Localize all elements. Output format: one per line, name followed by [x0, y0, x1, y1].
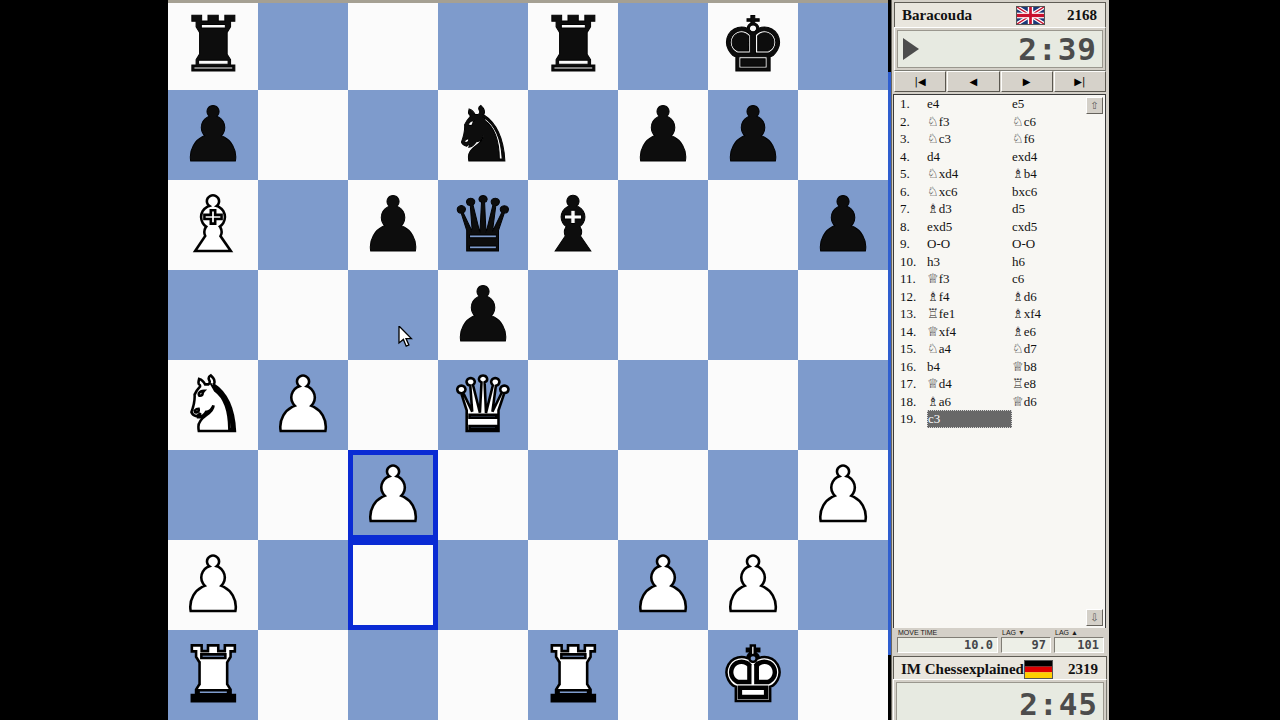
- white-move[interactable]: ♘xd4: [927, 165, 1012, 183]
- white-pawn: ♟: [269, 367, 337, 443]
- white-pawn: ♟: [179, 547, 247, 623]
- square-f4[interactable]: [618, 360, 708, 450]
- square-e4[interactable]: [528, 360, 618, 450]
- move-number: 8.: [894, 218, 927, 236]
- square-e8[interactable]: ♜: [528, 0, 618, 90]
- move-row: 7.♗d3d5: [894, 200, 1105, 218]
- square-h4[interactable]: [798, 360, 888, 450]
- white-pawn: ♟: [359, 457, 427, 533]
- square-g5[interactable]: [708, 270, 798, 360]
- move-row: 18.♗a6♕d6: [894, 393, 1105, 411]
- square-g4[interactable]: [708, 360, 798, 450]
- square-a7[interactable]: ♟: [168, 90, 258, 180]
- bottom-player-name: IM Chessexplained: [894, 661, 1024, 678]
- move-list: ⇧ ⇩ 1.e4e52.♘f3♘c63.♘c3♘f64.d4exd45.♘xd4…: [893, 94, 1106, 629]
- move-row: 16.b4♕b8: [894, 358, 1105, 376]
- black-pawn: ♟: [719, 97, 787, 173]
- white-move[interactable]: ♘a4: [927, 340, 1012, 358]
- black-pawn: ♟: [629, 97, 697, 173]
- square-a3[interactable]: [168, 450, 258, 540]
- status-value: 97: [1001, 637, 1051, 653]
- move-number: 18.: [894, 393, 927, 411]
- square-b1[interactable]: [258, 630, 348, 720]
- white-pawn: ♟: [629, 547, 697, 623]
- square-d1[interactable]: [438, 630, 528, 720]
- white-move[interactable]: ♗f4: [927, 288, 1012, 306]
- top-player-bar: Baracouda 2168: [894, 2, 1106, 29]
- square-e3[interactable]: [528, 450, 618, 540]
- white-pawn: ♟: [809, 457, 877, 533]
- last-move-button[interactable]: ▶|: [1054, 71, 1106, 92]
- move-row: 14.♕xf4♗e6: [894, 323, 1105, 341]
- white-rook: ♜: [539, 637, 607, 713]
- square-c6[interactable]: ♟: [348, 180, 438, 270]
- white-move[interactable]: ♕f3: [927, 270, 1012, 288]
- square-g6[interactable]: [708, 180, 798, 270]
- black-pawn: ♟: [359, 187, 427, 263]
- white-move[interactable]: O-O: [927, 235, 1012, 253]
- white-knight: ♞: [179, 367, 247, 443]
- black-rook: ♜: [539, 7, 607, 83]
- black-bishop: ♝: [539, 187, 607, 263]
- move-number: 10.: [894, 253, 927, 271]
- move-row: 6.♘xc6bxc6: [894, 183, 1105, 201]
- black-move[interactable]: [1012, 410, 1105, 428]
- move-row: 5.♘xd4♗b4: [894, 165, 1105, 183]
- white-move[interactable]: ♘f3: [927, 113, 1012, 131]
- move-number: 14.: [894, 323, 927, 341]
- square-h2[interactable]: [798, 540, 888, 630]
- game-side-panel: Baracouda 2168 2:39 |◀: [891, 0, 1109, 720]
- square-h8[interactable]: [798, 0, 888, 90]
- white-move[interactable]: ♖fe1: [927, 305, 1012, 323]
- move-row: 13.♖fe1♗xf4: [894, 305, 1105, 323]
- square-g8[interactable]: ♚: [708, 0, 798, 90]
- square-f7[interactable]: ♟: [618, 90, 708, 180]
- top-player-rating: 2168: [1045, 7, 1105, 24]
- square-g2[interactable]: ♟: [708, 540, 798, 630]
- move-number: 1.: [894, 95, 927, 113]
- move-row: 2.♘f3♘c6: [894, 113, 1105, 131]
- move-number: 6.: [894, 183, 927, 201]
- square-a5[interactable]: [168, 270, 258, 360]
- white-bishop: ♝: [179, 187, 247, 263]
- scroll-up-button[interactable]: ⇧: [1086, 97, 1103, 114]
- square-g3[interactable]: [708, 450, 798, 540]
- white-pawn: ♟: [719, 547, 787, 623]
- black-queen: ♛: [449, 187, 517, 263]
- black-move[interactable]: h6: [1012, 253, 1105, 271]
- square-e1[interactable]: ♜: [528, 630, 618, 720]
- move-number: 4.: [894, 148, 927, 166]
- square-c5[interactable]: [348, 270, 438, 360]
- square-f8[interactable]: [618, 0, 708, 90]
- white-move[interactable]: ♗d3: [927, 200, 1012, 218]
- move-row: 17.♕d4♖e8: [894, 375, 1105, 393]
- black-move[interactable]: exd4: [1012, 148, 1105, 166]
- move-number: 3.: [894, 130, 927, 148]
- white-move[interactable]: b4: [927, 358, 1012, 376]
- black-king: ♚: [719, 7, 787, 83]
- move-row: 9.O-OO-O: [894, 235, 1105, 253]
- square-b7[interactable]: [258, 90, 348, 180]
- black-move[interactable]: O-O: [1012, 235, 1105, 253]
- white-move[interactable]: exd5: [927, 218, 1012, 236]
- move-row: 8.exd5cxd5: [894, 218, 1105, 236]
- move-number: 15.: [894, 340, 927, 358]
- black-rook: ♜: [179, 7, 247, 83]
- square-f2[interactable]: ♟: [618, 540, 708, 630]
- move-number: 7.: [894, 200, 927, 218]
- square-a4[interactable]: ♞: [168, 360, 258, 450]
- square-c8[interactable]: [348, 0, 438, 90]
- square-c1[interactable]: [348, 630, 438, 720]
- move-number: 19.: [894, 410, 927, 428]
- square-g1[interactable]: ♚: [708, 630, 798, 720]
- black-move[interactable]: ♗xf4: [1012, 305, 1105, 323]
- status-strip: MOVE TIME10.0LAG ▼97LAG ▲101: [892, 628, 1106, 655]
- top-clock-time: 2:39: [919, 34, 1102, 65]
- previous-move-button[interactable]: ◀: [947, 71, 999, 92]
- square-e2[interactable]: [528, 540, 618, 630]
- white-move[interactable]: d4: [927, 148, 1012, 166]
- square-h1[interactable]: [798, 630, 888, 720]
- black-move[interactable]: ♖e8: [1012, 375, 1105, 393]
- move-row: 19.c3: [894, 410, 1105, 428]
- square-c2[interactable]: [348, 540, 438, 630]
- next-move-button[interactable]: ▶: [1001, 71, 1053, 92]
- square-d4[interactable]: ♛: [438, 360, 528, 450]
- square-a6[interactable]: ♝: [168, 180, 258, 270]
- move-number: 16.: [894, 358, 927, 376]
- square-e5[interactable]: [528, 270, 618, 360]
- move-row: 1.e4e5: [894, 95, 1105, 113]
- white-move[interactable]: e4: [927, 95, 1012, 113]
- square-g7[interactable]: ♟: [708, 90, 798, 180]
- black-knight: ♞: [449, 97, 517, 173]
- white-move[interactable]: h3: [927, 253, 1012, 271]
- first-move-button[interactable]: |◀: [894, 71, 946, 92]
- status-label: MOVE TIME: [898, 629, 937, 636]
- square-b6[interactable]: [258, 180, 348, 270]
- black-move[interactable]: bxc6: [1012, 183, 1105, 201]
- move-number: 17.: [894, 375, 927, 393]
- move-row: 10.h3h6: [894, 253, 1105, 271]
- white-move[interactable]: ♗a6: [927, 393, 1012, 411]
- move-row: 11.♕f3c6: [894, 270, 1105, 288]
- move-number: 13.: [894, 305, 927, 323]
- black-pawn: ♟: [809, 187, 877, 263]
- square-d2[interactable]: [438, 540, 528, 630]
- square-h3[interactable]: ♟: [798, 450, 888, 540]
- selected-move[interactable]: c3: [927, 410, 1012, 428]
- square-f1[interactable]: [618, 630, 708, 720]
- black-move[interactable]: ♕b8: [1012, 358, 1105, 376]
- square-d7[interactable]: ♞: [438, 90, 528, 180]
- black-move[interactable]: c6: [1012, 270, 1105, 288]
- move-row: 4.d4exd4: [894, 148, 1105, 166]
- square-a1[interactable]: ♜: [168, 630, 258, 720]
- move-row: 15.♘a4♘d7: [894, 340, 1105, 358]
- side-to-move-indicator-icon: [903, 38, 919, 60]
- black-move[interactable]: ♗b4: [1012, 165, 1105, 183]
- white-move[interactable]: ♕d4: [927, 375, 1012, 393]
- move-row: 12.♗f4♗d6: [894, 288, 1105, 306]
- black-move[interactable]: d5: [1012, 200, 1105, 218]
- square-b5[interactable]: [258, 270, 348, 360]
- black-move[interactable]: ♘d7: [1012, 340, 1105, 358]
- black-move[interactable]: cxd5: [1012, 218, 1105, 236]
- bottom-player-rating: 2319: [1053, 661, 1106, 678]
- bottom-clock-time: 2:45: [897, 689, 1103, 720]
- square-d8[interactable]: [438, 0, 528, 90]
- square-h6[interactable]: ♟: [798, 180, 888, 270]
- black-pawn: ♟: [179, 97, 247, 173]
- square-d6[interactable]: ♛: [438, 180, 528, 270]
- move-row: 3.♘c3♘f6: [894, 130, 1105, 148]
- status-label: LAG ▼: [1002, 629, 1025, 636]
- white-king: ♚: [719, 637, 787, 713]
- top-player-name: Baracouda: [895, 7, 1016, 24]
- bottom-player-clock: 2:45: [893, 679, 1107, 720]
- move-navigation-bar: |◀ ◀ ▶ ▶|: [894, 71, 1106, 92]
- square-d3[interactable]: [438, 450, 528, 540]
- move-number: 2.: [894, 113, 927, 131]
- white-move[interactable]: ♕xf4: [927, 323, 1012, 341]
- square-c3[interactable]: ♟: [348, 450, 438, 540]
- square-h5[interactable]: [798, 270, 888, 360]
- square-f3[interactable]: [618, 450, 708, 540]
- square-c4[interactable]: [348, 360, 438, 450]
- chess-board: ♜♜♚♟♞♟♟♝♟♛♝♟♟♞♟♛♟♟♟♟♟♜♜♚: [168, 0, 888, 720]
- square-b2[interactable]: [258, 540, 348, 630]
- black-move[interactable]: ♕d6: [1012, 393, 1105, 411]
- black-move[interactable]: ♘f6: [1012, 130, 1105, 148]
- white-move[interactable]: ♘c3: [927, 130, 1012, 148]
- square-d5[interactable]: ♟: [438, 270, 528, 360]
- status-value: 101: [1054, 637, 1104, 653]
- square-a2[interactable]: ♟: [168, 540, 258, 630]
- window-top-edge: [168, 0, 888, 3]
- status-label: LAG ▲: [1055, 629, 1078, 636]
- square-c7[interactable]: [348, 90, 438, 180]
- square-e6[interactable]: ♝: [528, 180, 618, 270]
- black-move[interactable]: ♘c6: [1012, 113, 1105, 131]
- scroll-down-button[interactable]: ⇩: [1086, 609, 1103, 626]
- uk-flag-icon: [1016, 6, 1045, 25]
- white-rook: ♜: [179, 637, 247, 713]
- square-a8[interactable]: ♜: [168, 0, 258, 90]
- black-move[interactable]: ♗e6: [1012, 323, 1105, 341]
- top-player-clock: 2:39: [894, 27, 1106, 71]
- square-b4[interactable]: ♟: [258, 360, 348, 450]
- germany-flag-icon: [1024, 660, 1053, 679]
- mouse-cursor: [398, 326, 413, 348]
- move-number: 12.: [894, 288, 927, 306]
- square-b8[interactable]: [258, 0, 348, 90]
- black-pawn: ♟: [449, 277, 517, 353]
- white-move[interactable]: ♘xc6: [927, 183, 1012, 201]
- status-value: 10.0: [897, 637, 998, 653]
- move-number: 9.: [894, 235, 927, 253]
- move-number: 5.: [894, 165, 927, 183]
- square-f6[interactable]: [618, 180, 708, 270]
- square-f5[interactable]: [618, 270, 708, 360]
- app-window: ♜♜♚♟♞♟♟♝♟♛♝♟♟♞♟♛♟♟♟♟♟♜♜♚ Baracouda 2168: [0, 0, 1280, 720]
- square-e7[interactable]: [528, 90, 618, 180]
- square-h7[interactable]: [798, 90, 888, 180]
- white-queen: ♛: [449, 367, 517, 443]
- black-move[interactable]: ♗d6: [1012, 288, 1105, 306]
- square-b3[interactable]: [258, 450, 348, 540]
- move-number: 11.: [894, 270, 927, 288]
